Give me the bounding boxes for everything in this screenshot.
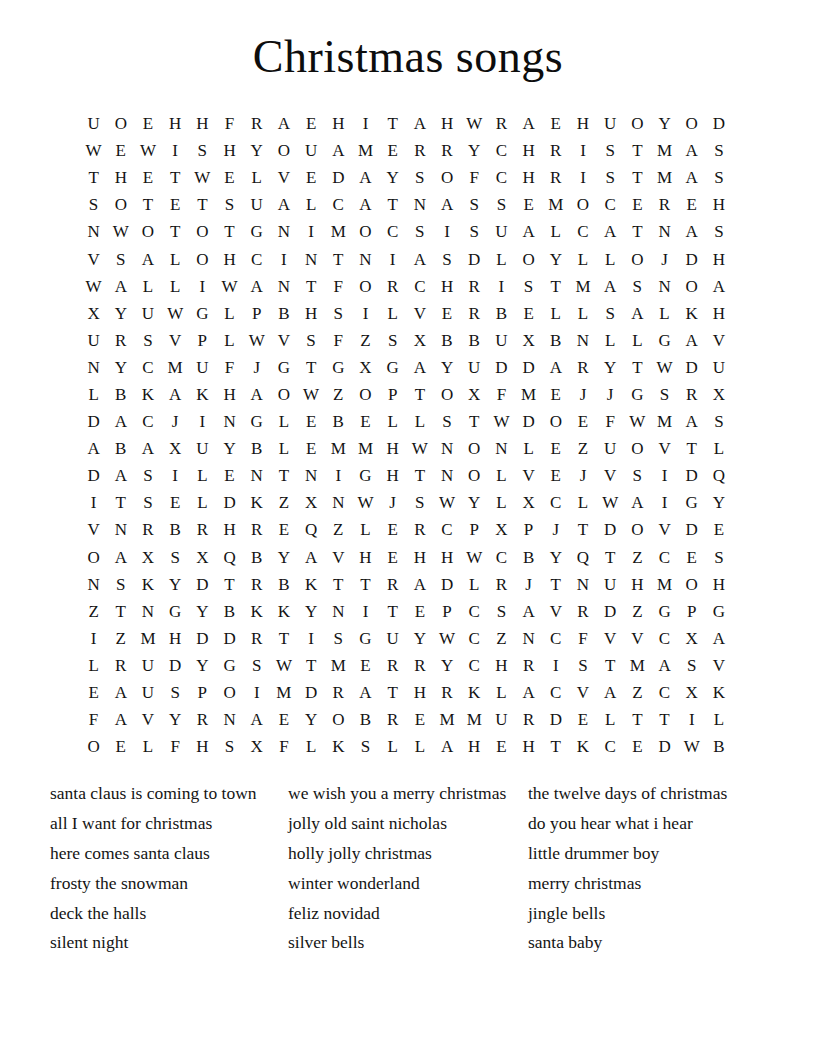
grid-cell[interactable]: L (379, 733, 406, 760)
grid-cell[interactable]: N (325, 489, 352, 516)
grid-cell[interactable]: P (379, 381, 406, 408)
grid-cell[interactable]: L (569, 245, 596, 272)
grid-cell[interactable]: A (678, 408, 705, 435)
grid-cell[interactable]: M (515, 381, 542, 408)
grid-cell[interactable]: W (406, 435, 433, 462)
grid-cell[interactable]: L (352, 516, 379, 543)
grid-cell[interactable]: R (542, 137, 569, 164)
grid-cell[interactable]: X (705, 381, 732, 408)
grid-cell[interactable]: R (461, 300, 488, 327)
grid-cell[interactable]: L (597, 245, 624, 272)
grid-cell[interactable]: R (325, 679, 352, 706)
grid-cell[interactable]: C (379, 218, 406, 245)
grid-cell[interactable]: R (406, 516, 433, 543)
grid-cell[interactable]: A (624, 300, 651, 327)
grid-cell[interactable]: F (461, 164, 488, 191)
grid-cell[interactable]: D (325, 164, 352, 191)
grid-cell[interactable]: A (134, 435, 161, 462)
grid-cell[interactable]: F (569, 625, 596, 652)
grid-cell[interactable]: R (488, 571, 515, 598)
grid-cell[interactable]: D (461, 245, 488, 272)
grid-cell[interactable]: D (678, 516, 705, 543)
grid-cell[interactable]: R (107, 327, 134, 354)
grid-cell[interactable]: L (80, 652, 107, 679)
grid-cell[interactable]: L (515, 435, 542, 462)
grid-cell[interactable]: B (270, 571, 297, 598)
grid-cell[interactable]: X (80, 300, 107, 327)
grid-cell[interactable]: T (162, 218, 189, 245)
grid-cell[interactable]: T (107, 489, 134, 516)
grid-cell[interactable]: U (488, 327, 515, 354)
grid-cell[interactable]: A (597, 273, 624, 300)
grid-cell[interactable]: S (216, 191, 243, 218)
grid-cell[interactable]: A (705, 625, 732, 652)
grid-cell[interactable]: Y (433, 652, 460, 679)
grid-cell[interactable]: A (597, 218, 624, 245)
grid-cell[interactable]: L (216, 300, 243, 327)
grid-cell[interactable]: E (270, 706, 297, 733)
grid-cell[interactable]: D (678, 245, 705, 272)
grid-cell[interactable]: R (461, 273, 488, 300)
grid-cell[interactable]: E (270, 516, 297, 543)
grid-cell[interactable]: J (379, 489, 406, 516)
grid-cell[interactable]: O (80, 733, 107, 760)
grid-cell[interactable]: M (651, 137, 678, 164)
grid-cell[interactable]: X (515, 489, 542, 516)
grid-cell[interactable]: F (597, 408, 624, 435)
grid-cell[interactable]: A (352, 191, 379, 218)
grid-cell[interactable]: S (379, 327, 406, 354)
grid-cell[interactable]: J (569, 381, 596, 408)
grid-cell[interactable]: K (243, 598, 270, 625)
grid-cell[interactable]: R (406, 137, 433, 164)
grid-cell[interactable]: U (379, 625, 406, 652)
grid-cell[interactable]: I (80, 489, 107, 516)
grid-cell[interactable]: Z (624, 598, 651, 625)
grid-cell[interactable]: U (298, 137, 325, 164)
grid-cell[interactable]: A (597, 679, 624, 706)
grid-cell[interactable]: V (597, 625, 624, 652)
grid-cell[interactable]: L (134, 733, 161, 760)
grid-cell[interactable]: E (298, 408, 325, 435)
grid-cell[interactable]: N (406, 191, 433, 218)
grid-cell[interactable]: G (651, 327, 678, 354)
grid-cell[interactable]: B (270, 300, 297, 327)
grid-cell[interactable]: S (107, 571, 134, 598)
grid-cell[interactable]: N (651, 218, 678, 245)
grid-cell[interactable]: O (352, 218, 379, 245)
grid-cell[interactable]: A (352, 679, 379, 706)
grid-cell[interactable]: M (624, 652, 651, 679)
grid-cell[interactable]: N (216, 408, 243, 435)
grid-cell[interactable]: R (569, 354, 596, 381)
grid-cell[interactable]: R (134, 516, 161, 543)
grid-cell[interactable]: I (488, 273, 515, 300)
grid-cell[interactable]: C (134, 354, 161, 381)
grid-cell[interactable]: O (134, 218, 161, 245)
grid-cell[interactable]: V (80, 245, 107, 272)
grid-cell[interactable]: S (705, 218, 732, 245)
grid-cell[interactable]: M (569, 273, 596, 300)
grid-cell[interactable]: S (406, 164, 433, 191)
grid-cell[interactable]: Z (325, 381, 352, 408)
grid-cell[interactable]: O (107, 110, 134, 137)
grid-cell[interactable]: S (488, 191, 515, 218)
grid-cell[interactable]: L (488, 245, 515, 272)
grid-cell[interactable]: N (216, 706, 243, 733)
grid-cell[interactable]: Z (488, 625, 515, 652)
grid-cell[interactable]: O (569, 191, 596, 218)
grid-cell[interactable]: N (569, 571, 596, 598)
grid-cell[interactable]: M (461, 706, 488, 733)
grid-cell[interactable]: E (379, 544, 406, 571)
grid-cell[interactable]: X (134, 544, 161, 571)
grid-cell[interactable]: T (624, 218, 651, 245)
grid-cell[interactable]: D (216, 489, 243, 516)
grid-cell[interactable]: T (379, 110, 406, 137)
grid-cell[interactable]: H (515, 164, 542, 191)
grid-cell[interactable]: A (325, 137, 352, 164)
grid-cell[interactable]: A (134, 245, 161, 272)
grid-cell[interactable]: E (406, 598, 433, 625)
grid-cell[interactable]: Z (325, 516, 352, 543)
grid-cell[interactable]: C (488, 544, 515, 571)
grid-cell[interactable]: T (597, 652, 624, 679)
grid-cell[interactable]: M (270, 679, 297, 706)
grid-cell[interactable]: H (216, 381, 243, 408)
grid-cell[interactable]: I (352, 110, 379, 137)
grid-cell[interactable]: S (406, 489, 433, 516)
grid-cell[interactable]: B (488, 300, 515, 327)
grid-cell[interactable]: E (379, 137, 406, 164)
grid-cell[interactable]: H (406, 544, 433, 571)
grid-cell[interactable]: T (379, 191, 406, 218)
grid-cell[interactable]: T (624, 706, 651, 733)
grid-cell[interactable]: L (542, 218, 569, 245)
grid-cell[interactable]: S (80, 191, 107, 218)
grid-cell[interactable]: W (107, 218, 134, 245)
grid-cell[interactable]: O (270, 381, 297, 408)
grid-cell[interactable]: T (298, 273, 325, 300)
grid-cell[interactable]: P (189, 679, 216, 706)
grid-cell[interactable]: D (189, 571, 216, 598)
grid-cell[interactable]: F (325, 327, 352, 354)
grid-cell[interactable]: V (542, 598, 569, 625)
grid-cell[interactable]: Y (107, 300, 134, 327)
grid-cell[interactable]: V (325, 544, 352, 571)
grid-cell[interactable]: A (270, 110, 297, 137)
grid-cell[interactable]: S (624, 462, 651, 489)
grid-cell[interactable]: G (352, 625, 379, 652)
grid-cell[interactable]: U (488, 218, 515, 245)
grid-cell[interactable]: Y (597, 354, 624, 381)
grid-cell[interactable]: G (705, 598, 732, 625)
grid-cell[interactable]: L (406, 408, 433, 435)
grid-cell[interactable]: B (705, 733, 732, 760)
grid-cell[interactable]: E (298, 435, 325, 462)
grid-cell[interactable]: H (515, 733, 542, 760)
grid-cell[interactable]: L (569, 300, 596, 327)
grid-cell[interactable]: L (270, 435, 297, 462)
grid-cell[interactable]: I (569, 164, 596, 191)
grid-cell[interactable]: Y (243, 137, 270, 164)
grid-cell[interactable]: E (406, 706, 433, 733)
grid-cell[interactable]: Y (216, 435, 243, 462)
grid-cell[interactable]: F (270, 733, 297, 760)
grid-cell[interactable]: K (705, 679, 732, 706)
grid-cell[interactable]: H (705, 300, 732, 327)
grid-cell[interactable]: M (325, 652, 352, 679)
grid-cell[interactable]: W (597, 489, 624, 516)
grid-cell[interactable]: A (162, 381, 189, 408)
grid-cell[interactable]: S (515, 273, 542, 300)
grid-cell[interactable]: T (569, 516, 596, 543)
grid-cell[interactable]: A (107, 679, 134, 706)
grid-cell[interactable]: L (488, 679, 515, 706)
grid-cell[interactable]: U (705, 354, 732, 381)
grid-cell[interactable]: J (569, 462, 596, 489)
grid-cell[interactable]: H (433, 110, 460, 137)
grid-cell[interactable]: Y (433, 354, 460, 381)
grid-cell[interactable]: D (678, 462, 705, 489)
grid-cell[interactable]: L (298, 733, 325, 760)
grid-cell[interactable]: U (488, 706, 515, 733)
grid-cell[interactable]: I (162, 462, 189, 489)
grid-cell[interactable]: R (433, 137, 460, 164)
grid-cell[interactable]: I (678, 706, 705, 733)
grid-cell[interactable]: R (379, 652, 406, 679)
grid-cell[interactable]: S (678, 652, 705, 679)
grid-cell[interactable]: M (651, 571, 678, 598)
grid-cell[interactable]: A (515, 110, 542, 137)
grid-cell[interactable]: U (189, 435, 216, 462)
grid-cell[interactable]: U (597, 435, 624, 462)
grid-cell[interactable]: Y (379, 164, 406, 191)
grid-cell[interactable]: I (270, 245, 297, 272)
grid-cell[interactable]: N (433, 435, 460, 462)
grid-cell[interactable]: L (298, 191, 325, 218)
grid-cell[interactable]: C (569, 218, 596, 245)
grid-cell[interactable]: U (189, 354, 216, 381)
grid-cell[interactable]: B (243, 544, 270, 571)
grid-cell[interactable]: S (705, 408, 732, 435)
grid-cell[interactable]: E (678, 544, 705, 571)
grid-cell[interactable]: S (597, 164, 624, 191)
grid-cell[interactable]: W (134, 137, 161, 164)
grid-cell[interactable]: A (107, 273, 134, 300)
grid-cell[interactable]: T (542, 571, 569, 598)
grid-cell[interactable]: I (569, 137, 596, 164)
grid-cell[interactable]: X (488, 516, 515, 543)
grid-cell[interactable]: C (134, 408, 161, 435)
grid-cell[interactable]: I (379, 245, 406, 272)
grid-cell[interactable]: T (461, 408, 488, 435)
grid-cell[interactable]: T (298, 652, 325, 679)
grid-cell[interactable]: R (406, 652, 433, 679)
grid-cell[interactable]: R (379, 571, 406, 598)
grid-cell[interactable]: T (678, 435, 705, 462)
grid-cell[interactable]: W (624, 408, 651, 435)
grid-cell[interactable]: E (216, 164, 243, 191)
grid-cell[interactable]: A (270, 191, 297, 218)
grid-cell[interactable]: Y (651, 110, 678, 137)
grid-cell[interactable]: N (569, 327, 596, 354)
grid-cell[interactable]: B (107, 381, 134, 408)
grid-cell[interactable]: O (433, 164, 460, 191)
grid-cell[interactable]: E (624, 191, 651, 218)
grid-cell[interactable]: G (678, 489, 705, 516)
grid-cell[interactable]: A (107, 706, 134, 733)
grid-cell[interactable]: B (515, 544, 542, 571)
grid-cell[interactable]: A (515, 679, 542, 706)
grid-cell[interactable]: W (678, 733, 705, 760)
grid-cell[interactable]: W (243, 327, 270, 354)
grid-cell[interactable]: O (325, 706, 352, 733)
grid-cell[interactable]: T (406, 381, 433, 408)
grid-cell[interactable]: X (189, 544, 216, 571)
grid-cell[interactable]: B (107, 435, 134, 462)
grid-cell[interactable]: X (352, 354, 379, 381)
grid-cell[interactable]: X (162, 435, 189, 462)
grid-cell[interactable]: A (678, 327, 705, 354)
grid-cell[interactable]: S (624, 273, 651, 300)
grid-cell[interactable]: N (80, 354, 107, 381)
grid-cell[interactable]: A (651, 652, 678, 679)
grid-cell[interactable]: N (352, 245, 379, 272)
grid-cell[interactable]: D (216, 625, 243, 652)
grid-cell[interactable]: O (80, 544, 107, 571)
grid-cell[interactable]: L (189, 462, 216, 489)
grid-cell[interactable]: S (352, 733, 379, 760)
grid-cell[interactable]: B (461, 327, 488, 354)
grid-cell[interactable]: I (542, 652, 569, 679)
grid-cell[interactable]: T (651, 706, 678, 733)
grid-cell[interactable]: U (134, 300, 161, 327)
grid-cell[interactable]: H (189, 733, 216, 760)
grid-cell[interactable]: H (461, 733, 488, 760)
grid-cell[interactable]: E (352, 408, 379, 435)
grid-cell[interactable]: S (162, 679, 189, 706)
grid-cell[interactable]: A (243, 273, 270, 300)
grid-cell[interactable]: A (352, 164, 379, 191)
grid-cell[interactable]: B (433, 327, 460, 354)
grid-cell[interactable]: J (597, 381, 624, 408)
grid-cell[interactable]: I (162, 137, 189, 164)
grid-cell[interactable]: C (461, 598, 488, 625)
grid-cell[interactable]: O (433, 381, 460, 408)
grid-cell[interactable]: J (651, 245, 678, 272)
grid-cell[interactable]: R (488, 110, 515, 137)
grid-cell[interactable]: H (162, 110, 189, 137)
grid-cell[interactable]: C (488, 164, 515, 191)
grid-cell[interactable]: X (461, 381, 488, 408)
grid-cell[interactable]: V (569, 679, 596, 706)
grid-cell[interactable]: X (406, 327, 433, 354)
grid-cell[interactable]: V (651, 516, 678, 543)
grid-cell[interactable]: T (379, 598, 406, 625)
grid-cell[interactable]: T (325, 245, 352, 272)
grid-cell[interactable]: S (705, 137, 732, 164)
grid-cell[interactable]: D (80, 408, 107, 435)
grid-cell[interactable]: Y (542, 544, 569, 571)
grid-cell[interactable]: G (162, 598, 189, 625)
grid-cell[interactable]: S (243, 652, 270, 679)
grid-cell[interactable]: L (189, 489, 216, 516)
grid-cell[interactable]: C (542, 625, 569, 652)
grid-cell[interactable]: Q (705, 462, 732, 489)
grid-cell[interactable]: N (488, 435, 515, 462)
grid-cell[interactable]: N (134, 598, 161, 625)
grid-cell[interactable]: M (325, 435, 352, 462)
grid-cell[interactable]: C (542, 489, 569, 516)
grid-cell[interactable]: K (325, 733, 352, 760)
grid-cell[interactable]: E (542, 435, 569, 462)
grid-cell[interactable]: I (80, 625, 107, 652)
grid-cell[interactable]: W (352, 489, 379, 516)
grid-cell[interactable]: K (270, 598, 297, 625)
grid-cell[interactable]: T (270, 625, 297, 652)
grid-cell[interactable]: K (461, 679, 488, 706)
grid-cell[interactable]: T (189, 191, 216, 218)
grid-cell[interactable]: Y (298, 706, 325, 733)
grid-cell[interactable]: U (461, 354, 488, 381)
grid-cell[interactable]: A (515, 218, 542, 245)
grid-cell[interactable]: U (597, 110, 624, 137)
grid-cell[interactable]: R (515, 706, 542, 733)
grid-cell[interactable]: Y (162, 571, 189, 598)
grid-cell[interactable]: Z (569, 435, 596, 462)
grid-cell[interactable]: S (107, 245, 134, 272)
grid-cell[interactable]: G (352, 462, 379, 489)
grid-cell[interactable]: D (433, 571, 460, 598)
grid-cell[interactable]: E (162, 489, 189, 516)
grid-cell[interactable]: V (597, 462, 624, 489)
grid-cell[interactable]: O (270, 137, 297, 164)
grid-cell[interactable]: H (162, 625, 189, 652)
grid-cell[interactable]: L (162, 273, 189, 300)
grid-cell[interactable]: Y (705, 489, 732, 516)
grid-cell[interactable]: R (189, 706, 216, 733)
grid-cell[interactable]: A (678, 137, 705, 164)
grid-cell[interactable]: H (189, 110, 216, 137)
grid-cell[interactable]: L (406, 733, 433, 760)
grid-cell[interactable]: Y (107, 354, 134, 381)
grid-cell[interactable]: W (461, 110, 488, 137)
grid-cell[interactable]: C (325, 191, 352, 218)
grid-cell[interactable]: Y (461, 137, 488, 164)
grid-cell[interactable]: F (488, 381, 515, 408)
grid-cell[interactable]: W (433, 489, 460, 516)
grid-cell[interactable]: R (379, 273, 406, 300)
grid-cell[interactable]: V (705, 327, 732, 354)
grid-cell[interactable]: B (325, 408, 352, 435)
grid-cell[interactable]: K (678, 300, 705, 327)
grid-cell[interactable]: V (80, 516, 107, 543)
grid-cell[interactable]: L (162, 245, 189, 272)
grid-cell[interactable]: S (461, 191, 488, 218)
grid-cell[interactable]: W (80, 273, 107, 300)
grid-cell[interactable]: I (243, 679, 270, 706)
grid-cell[interactable]: L (705, 435, 732, 462)
grid-cell[interactable]: C (461, 652, 488, 679)
grid-cell[interactable]: F (162, 733, 189, 760)
grid-cell[interactable]: S (488, 598, 515, 625)
grid-cell[interactable]: H (379, 435, 406, 462)
grid-cell[interactable]: L (488, 489, 515, 516)
grid-cell[interactable]: T (542, 273, 569, 300)
grid-cell[interactable]: O (678, 110, 705, 137)
grid-cell[interactable]: H (569, 110, 596, 137)
